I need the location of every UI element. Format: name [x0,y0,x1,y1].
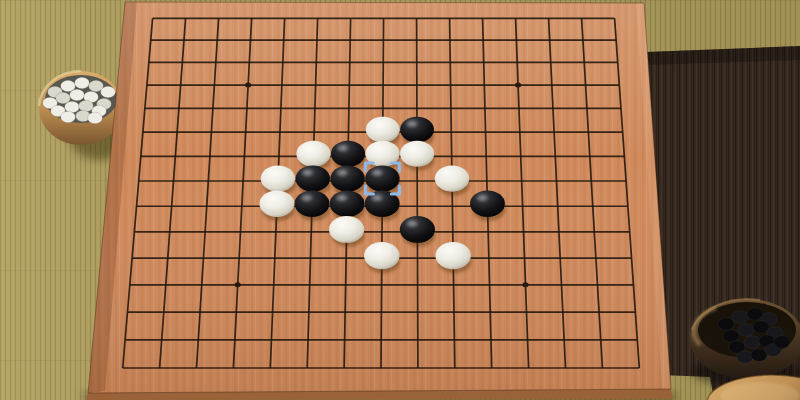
stone-body [296,165,330,191]
star-point [522,282,528,287]
gomoku-scene [0,0,800,400]
tray-white-stone [75,77,90,89]
stone-body [400,117,434,143]
tray-black-stone [774,336,790,349]
stone-body [295,190,330,217]
stone-specular [336,195,346,201]
tray-black-stone [718,318,734,331]
black-stone-bowl [690,299,800,386]
tray-black-stone [737,351,753,364]
stone-specular [302,170,312,176]
tray-white-stone [61,111,76,123]
stone-body [261,165,295,191]
stone-specular [477,195,487,201]
stone-specular [337,145,347,151]
tray-white-stone [79,100,94,112]
star-point [235,282,241,287]
stone-body [329,216,364,243]
stone-body [470,190,505,217]
stone-body [296,141,330,167]
tray-white-stone [88,112,103,124]
stone-specular [301,195,311,201]
stone-specular [406,221,417,227]
stone-body [435,165,469,191]
tray-black-stone [738,324,754,337]
stone-body [331,141,365,167]
stone-specular [371,195,381,201]
tray-white-stone [70,89,85,101]
stone-specular [372,170,382,176]
stone-body [260,190,295,217]
tray-black-stone [732,311,748,324]
stone-body [330,190,365,217]
stone-body [400,216,435,243]
star-point [515,83,521,88]
stone-body [330,165,364,191]
goban[interactable] [86,2,673,400]
scene-svg [0,0,800,400]
tray-black-stone [753,321,769,334]
stone-specular [337,170,347,176]
tray-black-stone [744,336,760,349]
star-point [245,83,251,88]
stone-body [400,141,434,167]
tray-white-stone [101,86,116,98]
tray-black-stone [723,330,739,343]
stone-body [435,242,471,269]
stone-body [364,242,400,269]
stone-specular [407,121,417,127]
stone-body [365,165,399,191]
stone-body [366,117,400,143]
